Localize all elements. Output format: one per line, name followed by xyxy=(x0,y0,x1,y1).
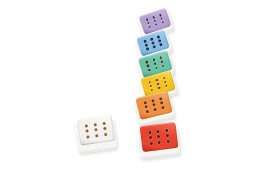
block-face-red xyxy=(140,122,179,152)
peg-hole-icon xyxy=(86,129,89,132)
peg-hole-icon xyxy=(149,142,152,145)
hole-cell xyxy=(159,19,167,25)
peg-hole-icon xyxy=(157,135,160,138)
hole-cell xyxy=(164,138,174,145)
peg-hole-icon xyxy=(149,136,152,139)
peg-hole-icon xyxy=(162,64,165,67)
block-red xyxy=(140,122,179,152)
peg-hole-icon xyxy=(161,21,164,24)
peg-hole-icon xyxy=(148,131,151,134)
block-face-white xyxy=(77,115,115,145)
product-photo-peg-blocks xyxy=(0,0,265,173)
hole-cell xyxy=(162,83,171,89)
hole-cell xyxy=(158,104,167,110)
peg-hole-icon xyxy=(102,121,105,124)
peg-hole-icon xyxy=(159,43,162,46)
peg-hole-icon xyxy=(103,127,106,130)
hole-cell xyxy=(157,42,165,48)
peg-hole-icon xyxy=(104,133,107,136)
peg-hole-icon xyxy=(155,66,158,69)
peg-hole-icon xyxy=(155,23,158,26)
block-purple xyxy=(139,8,171,35)
peg-hole-icon xyxy=(167,140,170,143)
peg-hole-icon xyxy=(154,108,157,111)
peg-hole-icon xyxy=(158,86,161,89)
peg-hole-icon xyxy=(153,45,156,48)
hole-cell xyxy=(159,63,167,69)
peg-hole-icon xyxy=(87,135,90,138)
peg-hole-icon xyxy=(148,25,151,28)
hole-cell xyxy=(101,131,110,138)
block-white xyxy=(77,115,115,145)
peg-hole-icon xyxy=(157,130,160,133)
peg-hole-icon xyxy=(166,134,169,137)
peg-hole-icon xyxy=(161,106,164,109)
peg-hole-icon xyxy=(165,128,168,131)
peg-hole-icon xyxy=(94,128,97,131)
peg-hole-icon xyxy=(85,124,88,127)
peg-hole-icon xyxy=(148,69,151,72)
peg-hole-icon xyxy=(150,89,153,92)
peg-hole-icon xyxy=(146,47,149,50)
peg-hole-icon xyxy=(158,141,161,144)
peg-hole-icon xyxy=(95,134,98,137)
peg-hole-icon xyxy=(146,110,149,113)
peg-hole-icon xyxy=(165,84,168,87)
peg-hole-icon xyxy=(93,123,96,126)
